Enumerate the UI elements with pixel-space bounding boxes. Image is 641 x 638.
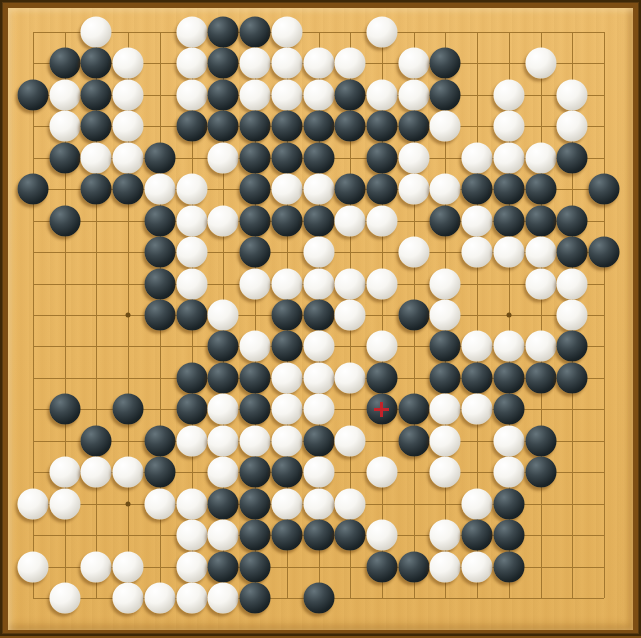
stone-black — [208, 488, 239, 519]
stone-black — [240, 394, 271, 425]
stone-white — [240, 268, 271, 299]
stone-white — [81, 457, 112, 488]
stone-white — [271, 362, 302, 393]
stone-white — [335, 205, 366, 236]
stone-white — [176, 174, 207, 205]
stone-black — [113, 174, 144, 205]
stone-black — [589, 237, 620, 268]
stone-black — [493, 362, 524, 393]
stone-black — [335, 79, 366, 110]
stone-black — [398, 425, 429, 456]
stone-black — [303, 111, 334, 142]
stone-white — [113, 551, 144, 582]
stone-black — [81, 79, 112, 110]
stone-white — [493, 142, 524, 173]
stone-white — [462, 237, 493, 268]
stone-white — [493, 237, 524, 268]
stone-white — [525, 237, 556, 268]
stone-white — [430, 111, 461, 142]
stone-white — [271, 79, 302, 110]
stone-black — [335, 174, 366, 205]
stone-black — [271, 520, 302, 551]
stone-black — [303, 520, 334, 551]
stone-black — [208, 17, 239, 48]
stone-white — [81, 17, 112, 48]
stone-black — [303, 425, 334, 456]
stone-white — [525, 142, 556, 173]
stone-white — [208, 205, 239, 236]
stone-white — [271, 17, 302, 48]
stone-white — [430, 457, 461, 488]
stone-black — [208, 111, 239, 142]
stone-white — [303, 48, 334, 79]
stone-black — [303, 205, 334, 236]
stone-black — [144, 205, 175, 236]
stone-white — [557, 268, 588, 299]
stone-white — [176, 268, 207, 299]
stone-black — [525, 457, 556, 488]
stone-white — [398, 142, 429, 173]
stone-black — [525, 362, 556, 393]
stone-white — [240, 79, 271, 110]
stone-white — [271, 174, 302, 205]
stone-white — [398, 48, 429, 79]
stone-white — [208, 394, 239, 425]
stone-white — [557, 300, 588, 331]
stone-white — [176, 520, 207, 551]
stone-white — [176, 488, 207, 519]
stone-black — [240, 520, 271, 551]
stone-black — [430, 48, 461, 79]
stone-white — [303, 174, 334, 205]
stone-black — [208, 331, 239, 362]
stone-white — [176, 79, 207, 110]
stone-white — [271, 488, 302, 519]
stone-white — [113, 583, 144, 614]
stone-white — [366, 17, 397, 48]
stone-white — [430, 425, 461, 456]
stone-white — [335, 362, 366, 393]
stone-white — [49, 79, 80, 110]
stone-white — [144, 583, 175, 614]
stone-white — [557, 111, 588, 142]
stone-white — [208, 142, 239, 173]
stone-black — [271, 331, 302, 362]
stone-black — [557, 331, 588, 362]
stone-black — [208, 79, 239, 110]
stone-black — [366, 174, 397, 205]
stone-black — [176, 111, 207, 142]
stone-black — [208, 48, 239, 79]
stone-white — [18, 551, 49, 582]
stone-white — [176, 425, 207, 456]
last-move-marker — [374, 402, 389, 417]
stone-white — [176, 17, 207, 48]
grid-line-vertical — [541, 32, 542, 598]
stone-black — [271, 205, 302, 236]
stone-white — [113, 79, 144, 110]
stone-white — [240, 425, 271, 456]
stone-white — [366, 520, 397, 551]
stone-white — [430, 268, 461, 299]
stone-white — [208, 583, 239, 614]
stone-black — [240, 457, 271, 488]
stone-white — [430, 394, 461, 425]
stone-black — [462, 362, 493, 393]
stone-white — [462, 205, 493, 236]
stone-white — [335, 48, 366, 79]
stone-black — [144, 457, 175, 488]
stone-white — [525, 268, 556, 299]
stone-white — [271, 48, 302, 79]
stone-white — [493, 331, 524, 362]
stone-white — [462, 142, 493, 173]
stone-black — [303, 142, 334, 173]
stone-white — [240, 331, 271, 362]
stone-black — [271, 300, 302, 331]
stone-white — [303, 488, 334, 519]
stone-black — [398, 394, 429, 425]
stone-black — [240, 142, 271, 173]
stone-black — [366, 551, 397, 582]
stone-black — [398, 111, 429, 142]
stone-black — [144, 142, 175, 173]
stone-white — [398, 79, 429, 110]
stone-black — [366, 362, 397, 393]
stone-black — [49, 48, 80, 79]
stone-white — [398, 237, 429, 268]
stone-black — [335, 111, 366, 142]
stone-white — [176, 237, 207, 268]
stone-white — [303, 331, 334, 362]
stone-white — [303, 362, 334, 393]
stone-black — [493, 205, 524, 236]
stone-black — [493, 174, 524, 205]
stone-white — [525, 331, 556, 362]
stone-white — [303, 268, 334, 299]
stone-black — [144, 425, 175, 456]
stone-white — [493, 111, 524, 142]
stone-black — [303, 583, 334, 614]
stone-white — [271, 268, 302, 299]
stone-white — [176, 205, 207, 236]
stone-black — [144, 268, 175, 299]
stone-black — [81, 111, 112, 142]
stone-black — [81, 174, 112, 205]
stone-black — [240, 583, 271, 614]
stone-black — [366, 394, 397, 425]
star-point — [506, 313, 511, 318]
stone-white — [398, 174, 429, 205]
stone-white — [430, 300, 461, 331]
stone-black — [240, 551, 271, 582]
stone-white — [462, 488, 493, 519]
stone-black — [335, 520, 366, 551]
stone-black — [493, 488, 524, 519]
stone-black — [240, 488, 271, 519]
stone-black — [398, 300, 429, 331]
stone-black — [271, 457, 302, 488]
stone-white — [430, 551, 461, 582]
stone-white — [335, 300, 366, 331]
stone-white — [208, 520, 239, 551]
stone-white — [271, 394, 302, 425]
stone-black — [208, 551, 239, 582]
stone-white — [462, 551, 493, 582]
stone-black — [49, 394, 80, 425]
stone-white — [303, 237, 334, 268]
stone-black — [176, 394, 207, 425]
star-point — [126, 313, 131, 318]
stone-black — [240, 205, 271, 236]
stone-white — [271, 425, 302, 456]
stone-white — [81, 551, 112, 582]
stone-white — [430, 520, 461, 551]
stone-black — [366, 111, 397, 142]
stone-black — [144, 237, 175, 268]
stone-white — [335, 425, 366, 456]
stone-white — [430, 174, 461, 205]
stone-white — [208, 457, 239, 488]
stone-black — [493, 551, 524, 582]
go-app-window — [0, 0, 641, 638]
stone-black — [81, 48, 112, 79]
stone-black — [430, 79, 461, 110]
stone-white — [366, 205, 397, 236]
stone-black — [271, 111, 302, 142]
stone-black — [462, 174, 493, 205]
stone-white — [303, 394, 334, 425]
stone-white — [144, 488, 175, 519]
stone-white — [208, 300, 239, 331]
stone-white — [113, 48, 144, 79]
stone-black — [176, 300, 207, 331]
stone-black — [18, 79, 49, 110]
stone-white — [49, 583, 80, 614]
stone-black — [557, 237, 588, 268]
grid-line-vertical — [604, 32, 605, 598]
stone-white — [18, 488, 49, 519]
stone-white — [462, 394, 493, 425]
stone-black — [240, 237, 271, 268]
stone-white — [240, 48, 271, 79]
stone-black — [303, 300, 334, 331]
stone-black — [589, 174, 620, 205]
stone-black — [398, 551, 429, 582]
stone-black — [430, 362, 461, 393]
stone-white — [49, 457, 80, 488]
stone-black — [176, 362, 207, 393]
stone-white — [176, 583, 207, 614]
stone-black — [49, 142, 80, 173]
stone-black — [49, 205, 80, 236]
stone-black — [18, 174, 49, 205]
stone-black — [525, 174, 556, 205]
stone-white — [335, 488, 366, 519]
stone-black — [240, 362, 271, 393]
stone-white — [113, 111, 144, 142]
stone-white — [366, 268, 397, 299]
stone-black — [240, 17, 271, 48]
stone-white — [462, 331, 493, 362]
stone-white — [366, 457, 397, 488]
stone-black — [113, 394, 144, 425]
stone-black — [240, 174, 271, 205]
stone-white — [49, 111, 80, 142]
stone-black — [271, 142, 302, 173]
stone-black — [493, 520, 524, 551]
stone-white — [335, 268, 366, 299]
stone-white — [366, 331, 397, 362]
stone-white — [176, 48, 207, 79]
stone-black — [208, 362, 239, 393]
stone-black — [81, 425, 112, 456]
stone-white — [113, 142, 144, 173]
stone-black — [462, 520, 493, 551]
stone-white — [366, 79, 397, 110]
stone-white — [144, 174, 175, 205]
stone-white — [113, 457, 144, 488]
go-board[interactable] — [8, 8, 633, 630]
stone-black — [525, 205, 556, 236]
star-point — [126, 501, 131, 506]
stone-black — [557, 362, 588, 393]
stone-white — [208, 425, 239, 456]
stone-white — [557, 79, 588, 110]
stone-white — [493, 457, 524, 488]
stone-white — [493, 79, 524, 110]
stone-black — [240, 111, 271, 142]
stone-white — [49, 488, 80, 519]
stone-black — [366, 142, 397, 173]
stone-white — [176, 551, 207, 582]
stone-white — [303, 79, 334, 110]
stone-black — [557, 205, 588, 236]
stone-black — [525, 425, 556, 456]
stone-black — [144, 300, 175, 331]
stone-white — [525, 48, 556, 79]
stone-black — [430, 331, 461, 362]
stone-black — [493, 394, 524, 425]
stone-white — [81, 142, 112, 173]
stone-black — [557, 142, 588, 173]
stone-black — [430, 205, 461, 236]
stone-white — [493, 425, 524, 456]
stone-white — [303, 457, 334, 488]
